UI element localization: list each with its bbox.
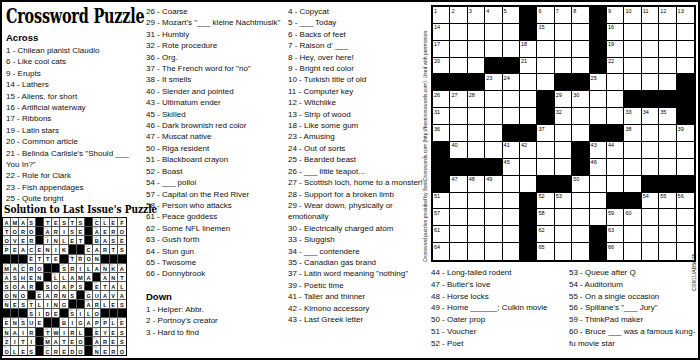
solution-letter: A bbox=[85, 320, 92, 326]
grid-cell[interactable] bbox=[503, 209, 520, 226]
right-clue-column: 4 - Copycat5 - ___ Today6 - Backs of fee… bbox=[288, 6, 425, 325]
grid-cell[interactable]: 41 bbox=[503, 142, 520, 159]
solution-cell: 22C bbox=[85, 245, 93, 254]
grid-cell[interactable] bbox=[503, 41, 520, 58]
black-cell bbox=[433, 159, 450, 176]
grid-cell[interactable] bbox=[520, 176, 537, 193]
solution-letter: S bbox=[118, 247, 126, 253]
grid-cell[interactable] bbox=[468, 243, 485, 260]
grid-cell[interactable] bbox=[450, 125, 467, 142]
solution-letter: A bbox=[118, 266, 126, 272]
grid-cell[interactable] bbox=[468, 193, 485, 210]
grid-cell[interactable] bbox=[468, 41, 485, 58]
grid-cell[interactable]: 62 bbox=[537, 226, 554, 243]
solution-cell: V bbox=[11, 236, 19, 245]
black-cell bbox=[607, 125, 624, 142]
grid-cell[interactable] bbox=[590, 91, 607, 108]
solution-letter: N bbox=[60, 293, 67, 299]
grid-cell[interactable]: 8 bbox=[572, 7, 589, 24]
clue-across-23: 23 - Fish appendages bbox=[6, 182, 142, 193]
solution-cell: L bbox=[60, 273, 68, 282]
clue-across-38: 38 - It smells bbox=[146, 74, 284, 85]
grid-cell[interactable] bbox=[450, 243, 467, 260]
grid-cell[interactable] bbox=[468, 108, 485, 125]
solution-letter: S bbox=[28, 349, 35, 355]
solution-cell: A bbox=[85, 318, 93, 327]
grid-cell[interactable] bbox=[537, 159, 554, 176]
grid-cell[interactable] bbox=[624, 176, 641, 193]
grid-cell[interactable] bbox=[659, 209, 676, 226]
grid-cell[interactable] bbox=[572, 24, 589, 41]
grid-cell[interactable]: 34 bbox=[642, 108, 659, 125]
grid-cell[interactable]: 4 bbox=[485, 7, 502, 24]
solution-cell: A bbox=[69, 273, 77, 282]
grid-cell[interactable] bbox=[503, 91, 520, 108]
solution-cell: L bbox=[85, 309, 93, 318]
grid-cell[interactable] bbox=[555, 58, 572, 75]
solution-letter: L bbox=[101, 220, 108, 226]
solution-cell: 11L bbox=[101, 218, 109, 227]
solution-letter: E bbox=[110, 302, 117, 308]
grid-cell[interactable]: 56 bbox=[677, 193, 694, 210]
grid-cell[interactable] bbox=[450, 58, 467, 75]
grid-cell[interactable]: 32 bbox=[555, 108, 572, 125]
solution-cell: E bbox=[28, 273, 36, 282]
grid-cell[interactable] bbox=[555, 24, 572, 41]
grid-cell[interactable] bbox=[642, 24, 659, 41]
black-cell bbox=[590, 243, 607, 260]
grid-cell[interactable] bbox=[607, 74, 624, 91]
solution-cell: A bbox=[93, 245, 101, 254]
grid-cell[interactable] bbox=[642, 243, 659, 260]
grid-cell[interactable]: 65 bbox=[537, 243, 554, 260]
grid-cell[interactable]: 47 bbox=[450, 176, 467, 193]
grid-cell[interactable]: 52 bbox=[537, 193, 554, 210]
grid-cell[interactable]: 38 bbox=[624, 125, 641, 142]
grid-cell[interactable] bbox=[503, 243, 520, 260]
solution-cell: O bbox=[93, 309, 101, 318]
solution-cell: S bbox=[19, 300, 27, 309]
grid-cell[interactable]: 48 bbox=[468, 176, 485, 193]
grid-cell[interactable]: 54 bbox=[642, 193, 659, 210]
solution-letter: E bbox=[28, 256, 35, 262]
grid-cell[interactable] bbox=[572, 226, 589, 243]
solution-cell: A bbox=[44, 291, 52, 300]
grid-cell[interactable] bbox=[590, 209, 607, 226]
solution-cell: 29S bbox=[60, 264, 68, 273]
grid-cell[interactable] bbox=[555, 125, 572, 142]
grid-cell[interactable] bbox=[555, 226, 572, 243]
grid-cell[interactable] bbox=[659, 125, 676, 142]
grid-cell[interactable] bbox=[520, 159, 537, 176]
grid-cell[interactable] bbox=[485, 209, 502, 226]
grid-cell[interactable] bbox=[572, 125, 589, 142]
grid-cell[interactable]: 2 bbox=[450, 7, 467, 24]
cell-number: 48 bbox=[469, 176, 475, 182]
grid-cell[interactable] bbox=[555, 159, 572, 176]
grid-cell[interactable]: 42 bbox=[520, 142, 537, 159]
grid-cell[interactable]: 20 bbox=[433, 58, 450, 75]
solution-cell: L bbox=[60, 236, 68, 245]
solution-letter: E bbox=[11, 302, 18, 308]
grid-cell[interactable] bbox=[607, 159, 624, 176]
grid-cell[interactable] bbox=[590, 108, 607, 125]
solution-cell: 6E bbox=[52, 218, 60, 227]
solution-letter: L bbox=[60, 275, 67, 281]
grid-cell[interactable] bbox=[468, 142, 485, 159]
grid-cell[interactable] bbox=[642, 209, 659, 226]
grid-cell[interactable]: 19 bbox=[607, 41, 624, 58]
grid-cell[interactable] bbox=[555, 243, 572, 260]
grid-cell[interactable] bbox=[468, 24, 485, 41]
grid-cell[interactable] bbox=[659, 226, 676, 243]
grid-cell[interactable]: 40 bbox=[450, 142, 467, 159]
grid-cell[interactable] bbox=[503, 176, 520, 193]
grid-cell[interactable]: 51 bbox=[433, 193, 450, 210]
grid-cell[interactable]: 17 bbox=[433, 41, 450, 58]
grid-cell[interactable] bbox=[485, 125, 502, 142]
grid-cell[interactable] bbox=[642, 142, 659, 159]
grid-cell[interactable] bbox=[642, 226, 659, 243]
solution-cell: I bbox=[36, 309, 44, 318]
grid-cell[interactable]: 3 bbox=[468, 7, 485, 24]
solution-cell: T bbox=[60, 337, 68, 346]
grid-cell[interactable] bbox=[624, 142, 641, 159]
grid-cell[interactable] bbox=[520, 91, 537, 108]
grid-cell[interactable] bbox=[572, 41, 589, 58]
black-cell bbox=[590, 41, 607, 58]
solution-letter: D bbox=[69, 349, 76, 355]
grid-cell[interactable] bbox=[659, 41, 676, 58]
clue-down-37: 37 - Latin word meaning "nothing" bbox=[288, 268, 425, 279]
grid-cell[interactable] bbox=[624, 41, 641, 58]
grid-cell[interactable] bbox=[485, 142, 502, 159]
clue-down-23: 23 - Amusing bbox=[288, 131, 425, 142]
grid-cell[interactable] bbox=[485, 108, 502, 125]
solution-letter: F bbox=[118, 220, 126, 226]
grid-cell[interactable]: 5 bbox=[503, 7, 520, 24]
solution-cell: S bbox=[77, 282, 85, 291]
solution-letter: E bbox=[19, 238, 26, 244]
grid-cell[interactable] bbox=[572, 209, 589, 226]
grid-cell[interactable] bbox=[537, 74, 554, 91]
grid-cell[interactable] bbox=[590, 176, 607, 193]
grid-cell[interactable]: 27 bbox=[450, 91, 467, 108]
solution-cell: A bbox=[85, 273, 93, 282]
black-cell bbox=[503, 58, 520, 75]
grid-cell[interactable] bbox=[659, 58, 676, 75]
grid-cell[interactable]: 66 bbox=[607, 243, 624, 260]
grid-cell[interactable] bbox=[607, 91, 624, 108]
grid-cell[interactable] bbox=[537, 142, 554, 159]
grid-cell[interactable] bbox=[624, 243, 641, 260]
grid-cell[interactable] bbox=[624, 159, 641, 176]
grid-cell[interactable]: 61 bbox=[433, 226, 450, 243]
grid-cell[interactable]: 30 bbox=[572, 91, 589, 108]
grid-cell[interactable] bbox=[642, 74, 659, 91]
grid-cell[interactable] bbox=[607, 176, 624, 193]
solution-cell: E bbox=[69, 337, 77, 346]
solution-letter: L bbox=[60, 238, 67, 244]
solution-letter: N bbox=[11, 293, 18, 299]
grid-cell[interactable] bbox=[555, 209, 572, 226]
cell-number: 60 bbox=[625, 210, 631, 216]
clue-across-20: 20 - Common article bbox=[6, 136, 142, 147]
solution-letter: O bbox=[85, 256, 92, 262]
grid-cell[interactable]: 13 bbox=[677, 7, 694, 24]
grid-cell[interactable] bbox=[642, 58, 659, 75]
grid-cell[interactable] bbox=[537, 58, 554, 75]
solution-letter: I bbox=[52, 247, 59, 253]
solution-letter: Y bbox=[101, 330, 108, 336]
solution-cell: T bbox=[118, 273, 126, 282]
grid-cell[interactable] bbox=[642, 159, 659, 176]
grid-cell[interactable] bbox=[537, 41, 554, 58]
grid-cell[interactable] bbox=[450, 24, 467, 41]
solution-letter: O bbox=[3, 349, 10, 355]
grid-cell[interactable] bbox=[659, 74, 676, 91]
grid-cell[interactable]: 63 bbox=[607, 226, 624, 243]
black-cell bbox=[677, 176, 694, 193]
clue-across-45: 45 - Skilled bbox=[146, 109, 284, 120]
grid-cell[interactable] bbox=[503, 108, 520, 125]
grid-cell[interactable]: 16 bbox=[607, 24, 624, 41]
grid-cell[interactable] bbox=[642, 41, 659, 58]
grid-cell[interactable] bbox=[503, 226, 520, 243]
cell-number: 26 bbox=[434, 92, 440, 98]
solution-cell: O bbox=[77, 346, 85, 355]
grid-cell[interactable] bbox=[468, 58, 485, 75]
solution-letter: S bbox=[60, 220, 67, 226]
solution-cell: E bbox=[19, 236, 27, 245]
clue-down-55: 55 - On a single occasion bbox=[569, 291, 697, 303]
grid-cell[interactable] bbox=[677, 142, 694, 159]
grid-cell[interactable] bbox=[677, 159, 694, 176]
grid-cell[interactable]: 58 bbox=[537, 209, 554, 226]
grid-cell[interactable]: 1 bbox=[433, 7, 450, 24]
grid-cell[interactable] bbox=[503, 24, 520, 41]
solution-cell: 50S bbox=[19, 318, 27, 327]
cell-number: 19 bbox=[608, 41, 614, 47]
solution-cell: 44A bbox=[85, 300, 93, 309]
grid-cell[interactable]: 7 bbox=[555, 7, 572, 24]
grid-cell[interactable]: 10 bbox=[624, 7, 641, 24]
solution-letter: E bbox=[36, 293, 43, 299]
grid-cell[interactable]: 6 bbox=[537, 7, 554, 24]
cell-number: 37 bbox=[538, 126, 544, 132]
solution-letter: N bbox=[11, 320, 18, 326]
grid-cell[interactable] bbox=[485, 226, 502, 243]
solution-letter: E bbox=[93, 284, 100, 290]
grid-cell[interactable]: 36 bbox=[433, 125, 450, 142]
solution-cell: R bbox=[110, 227, 118, 236]
solution-cell: R bbox=[69, 264, 77, 273]
cell-number: 2 bbox=[451, 8, 454, 14]
grid-cell[interactable]: 64 bbox=[433, 243, 450, 260]
grid-cell[interactable] bbox=[572, 193, 589, 210]
grid-cell[interactable]: 49 bbox=[485, 176, 502, 193]
grid-cell[interactable]: 15 bbox=[537, 24, 554, 41]
grid-cell[interactable]: 46 bbox=[590, 159, 607, 176]
grid-cell[interactable]: 53 bbox=[555, 193, 572, 210]
grid-cell[interactable]: 12 bbox=[659, 7, 676, 24]
grid-cell[interactable] bbox=[607, 108, 624, 125]
grid-cell[interactable] bbox=[677, 58, 694, 75]
solution-letter: E bbox=[69, 238, 76, 244]
grid-cell[interactable] bbox=[468, 226, 485, 243]
solution-cell: R bbox=[110, 346, 118, 355]
clue-down-41: 41 - Taller and thinner bbox=[288, 291, 425, 302]
black-cell bbox=[520, 7, 537, 24]
grid-cell[interactable]: 29 bbox=[555, 91, 572, 108]
grid-cell[interactable]: 59 bbox=[607, 209, 624, 226]
clue-down-42: 42 - Kimono accessory bbox=[288, 303, 425, 314]
grid-cell[interactable] bbox=[555, 41, 572, 58]
clue-down-39: 39 - Poetic time bbox=[288, 280, 425, 291]
solution-cell: S bbox=[118, 337, 126, 346]
grid-cell[interactable] bbox=[450, 41, 467, 58]
grid-cell[interactable] bbox=[555, 142, 572, 159]
solution-cell: 23E bbox=[28, 255, 36, 264]
grid-cell[interactable]: 14 bbox=[433, 24, 450, 41]
solution-cell: R bbox=[52, 227, 60, 236]
grid-cell[interactable] bbox=[503, 193, 520, 210]
cell-number: 6 bbox=[538, 8, 541, 14]
grid-cell[interactable]: 22 bbox=[607, 58, 624, 75]
grid-cell[interactable]: 18 bbox=[520, 41, 537, 58]
solution-cell: A bbox=[19, 282, 27, 291]
grid-cell[interactable] bbox=[659, 24, 676, 41]
clue-across-36: 36 - Org. bbox=[146, 52, 284, 63]
cell-number: 64 bbox=[434, 244, 440, 250]
grid-cell[interactable] bbox=[485, 193, 502, 210]
grid-cell[interactable] bbox=[468, 125, 485, 142]
grid-cell[interactable]: 43 bbox=[590, 142, 607, 159]
clue-across-14: 14 - Lathers bbox=[6, 79, 142, 90]
grid-cell[interactable] bbox=[572, 243, 589, 260]
grid-cell[interactable] bbox=[520, 74, 537, 91]
clue-down-56: 56 - Spillane's "___ Jury" bbox=[569, 302, 697, 314]
solution-letter: A bbox=[101, 238, 108, 244]
cell-number: 38 bbox=[625, 126, 631, 132]
solution-cell: N bbox=[36, 273, 44, 282]
down-header: Down bbox=[146, 291, 284, 303]
solution-cell: 2M bbox=[11, 218, 19, 227]
grid-cell[interactable]: 31 bbox=[433, 108, 450, 125]
grid-cell[interactable]: 50 bbox=[572, 176, 589, 193]
grid-cell[interactable] bbox=[485, 24, 502, 41]
grid-cell[interactable] bbox=[450, 209, 467, 226]
cell-number: 25 bbox=[591, 75, 597, 81]
grid-cell[interactable] bbox=[485, 243, 502, 260]
solution-cell: S bbox=[69, 227, 77, 236]
grid-cell[interactable]: 37 bbox=[537, 125, 554, 142]
grid-cell[interactable]: 57 bbox=[433, 209, 450, 226]
grid-cell[interactable] bbox=[677, 24, 694, 41]
solution-cell: A bbox=[118, 291, 126, 300]
grid-cell[interactable]: 25 bbox=[590, 74, 607, 91]
black-cell bbox=[520, 24, 537, 41]
grid-cell[interactable] bbox=[642, 125, 659, 142]
grid-cell[interactable]: 23 bbox=[485, 74, 502, 91]
grid-cell[interactable] bbox=[520, 108, 537, 125]
grid-cell[interactable] bbox=[677, 41, 694, 58]
grid-cell[interactable] bbox=[590, 193, 607, 210]
grid-cell[interactable]: 35 bbox=[659, 108, 676, 125]
across-header: Across bbox=[6, 32, 142, 44]
cell-number: 31 bbox=[434, 109, 440, 115]
solution-letter: C bbox=[44, 349, 51, 355]
solution-cell: S bbox=[118, 245, 126, 254]
grid-cell[interactable] bbox=[450, 193, 467, 210]
grid-cell[interactable] bbox=[450, 108, 467, 125]
grid-cell[interactable] bbox=[659, 142, 676, 159]
cell-number: 53 bbox=[556, 193, 562, 199]
solution-letter: I bbox=[11, 339, 18, 345]
solution-letter: E bbox=[28, 275, 35, 281]
grid-cell[interactable]: 26 bbox=[433, 91, 450, 108]
grid-cell[interactable] bbox=[659, 243, 676, 260]
solution-letter: T bbox=[118, 275, 126, 281]
grid-cell[interactable]: 39 bbox=[677, 125, 694, 142]
solution-letter: L bbox=[118, 284, 126, 290]
clue-down-52: 52 - Poet bbox=[431, 338, 564, 350]
grid-cell[interactable] bbox=[624, 74, 641, 91]
solution-grid: 1A2M3A4S5T6E7S8T9S10C11L12E13F14TORO15AR… bbox=[2, 217, 127, 356]
grid-cell[interactable] bbox=[624, 58, 641, 75]
grid-cell[interactable] bbox=[624, 226, 641, 243]
clue-across-57: 57 - Capital on the Red River bbox=[146, 189, 284, 200]
solution-cell: 13F bbox=[118, 218, 126, 227]
grid-cell[interactable] bbox=[572, 58, 589, 75]
grid-cell[interactable] bbox=[450, 226, 467, 243]
grid-cell[interactable] bbox=[677, 209, 694, 226]
middle-column: 26 - Coarse29 - Mozart's "___ kleine Nac… bbox=[146, 6, 284, 338]
grid-cell[interactable]: 24 bbox=[503, 74, 520, 91]
grid-cell[interactable]: 55 bbox=[659, 193, 676, 210]
cell-number: 66 bbox=[608, 244, 614, 250]
solution-cell: 34L bbox=[52, 273, 60, 282]
solution-cell: D bbox=[44, 309, 52, 318]
cell-number: 10 bbox=[625, 8, 631, 14]
black-cell bbox=[433, 142, 450, 159]
cell-number: 51 bbox=[434, 193, 440, 199]
solution-cell: O bbox=[118, 227, 126, 236]
grid-cell[interactable] bbox=[659, 159, 676, 176]
solution-letter: S bbox=[77, 284, 84, 290]
black-cell bbox=[36, 337, 44, 346]
grid-cell[interactable] bbox=[468, 209, 485, 226]
solution-letter: I bbox=[60, 229, 67, 235]
cell-number: 62 bbox=[538, 227, 544, 233]
solution-letter: M bbox=[11, 220, 18, 226]
grid-cell[interactable] bbox=[485, 41, 502, 58]
grid-cell[interactable]: 21 bbox=[520, 58, 537, 75]
grid-cell[interactable]: 44 bbox=[607, 142, 624, 159]
grid-cell[interactable]: 45 bbox=[503, 159, 520, 176]
grid-cell[interactable]: 11 bbox=[642, 7, 659, 24]
grid-cell[interactable]: 28 bbox=[468, 91, 485, 108]
grid-cell[interactable]: 33 bbox=[624, 108, 641, 125]
clue-across-32: 32 - Rote procedure bbox=[146, 40, 284, 51]
solution-cell: T bbox=[101, 282, 109, 291]
grid-cell[interactable]: 60 bbox=[624, 209, 641, 226]
grid-cell[interactable]: 9 bbox=[607, 7, 624, 24]
grid-cell[interactable] bbox=[485, 91, 502, 108]
grid-cell[interactable] bbox=[572, 108, 589, 125]
grid-cell[interactable] bbox=[624, 24, 641, 41]
solution-letter: E bbox=[118, 320, 126, 326]
